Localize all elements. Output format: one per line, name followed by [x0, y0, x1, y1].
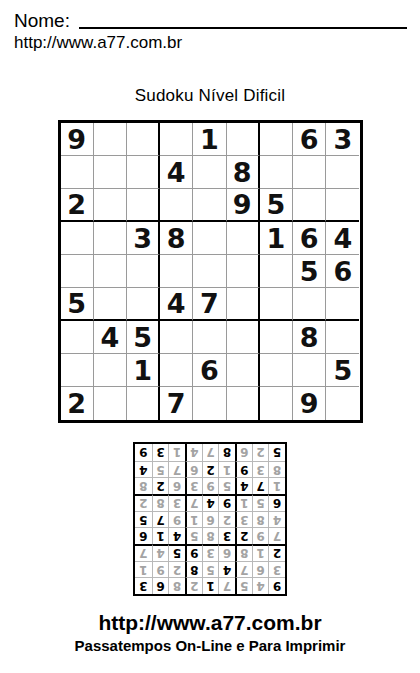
- puzzle-cell-r9c3: [127, 387, 160, 420]
- printable-sudoku-page: Nome: http://www.a77.com.br Sudoku Nível…: [0, 0, 420, 673]
- puzzle-cell-r9c9: [326, 387, 359, 420]
- puzzle-cell-r6c4: 4: [160, 288, 193, 321]
- solution-cell-r7c1: 1: [268, 477, 285, 494]
- puzzle-cell-r5c5: [193, 255, 226, 288]
- puzzle-cell-r7c4: [160, 321, 193, 354]
- puzzle-cell-r4c2: [94, 222, 127, 255]
- puzzle-cell-r5c4: [160, 255, 193, 288]
- puzzle-cell-r9c8: 9: [293, 387, 326, 420]
- puzzle-cell-r3c4: [160, 189, 193, 222]
- solution-cell-r8c9: 4: [135, 461, 152, 478]
- solution-cell-r1c9: 3: [135, 577, 152, 594]
- puzzle-cell-r4c4: 8: [160, 222, 193, 255]
- solution-cell-r3c5: 3: [202, 544, 219, 561]
- puzzle-cell-r2c7: [260, 156, 293, 189]
- puzzle-cell-r3c1: 2: [61, 189, 94, 222]
- solution-cell-r1c1: 9: [268, 577, 285, 594]
- puzzle-cell-r8c7: [260, 354, 293, 387]
- solution-cell-r3c2: 1: [252, 544, 269, 561]
- puzzle-cell-r8c3: 1: [127, 354, 160, 387]
- puzzle-cell-r2c1: [61, 156, 94, 189]
- solution-cell-r3c7: 5: [168, 544, 185, 561]
- puzzle-cell-r4c6: [227, 222, 260, 255]
- puzzle-cell-r1c9: 3: [326, 123, 359, 156]
- name-row: Nome:: [14, 10, 407, 32]
- solution-cell-r5c1: 4: [268, 511, 285, 528]
- solution-cell-r6c1: 6: [268, 494, 285, 511]
- puzzle-cell-r7c6: [227, 321, 260, 354]
- puzzle-cell-r7c8: 8: [293, 321, 326, 354]
- solution-cell-r2c1: 3: [268, 561, 285, 578]
- puzzle-cell-r5c2: [94, 255, 127, 288]
- solution-cell-r9c7: 1: [168, 444, 185, 461]
- puzzle-cell-r5c8: 5: [293, 255, 326, 288]
- solution-cell-r7c6: 3: [185, 477, 202, 494]
- solution-cell-r8c5: 2: [202, 461, 219, 478]
- puzzle-cell-r8c5: 6: [193, 354, 226, 387]
- puzzle-cell-r1c2: [94, 123, 127, 156]
- puzzle-cell-r6c9: [326, 288, 359, 321]
- puzzle-cell-r6c8: [293, 288, 326, 321]
- puzzle-cell-r5c6: [227, 255, 260, 288]
- puzzle-cell-r8c6: [227, 354, 260, 387]
- solution-cell-r9c4: 8: [218, 444, 235, 461]
- solution-cell-r1c5: 1: [202, 577, 219, 594]
- puzzle-cell-r7c3: 5: [127, 321, 160, 354]
- puzzle-cell-r1c6: [227, 123, 260, 156]
- solution-cell-r8c1: 8: [268, 461, 285, 478]
- puzzle-cell-r8c4: [160, 354, 193, 387]
- solution-cell-r6c7: 3: [168, 494, 185, 511]
- puzzle-cell-r9c6: [227, 387, 260, 420]
- puzzle-cell-r5c9: 6: [326, 255, 359, 288]
- solution-cell-r9c2: 2: [252, 444, 269, 461]
- solution-cell-r4c5: 8: [202, 527, 219, 544]
- solution-cell-r1c4: 7: [218, 577, 235, 594]
- solution-cell-r1c3: 5: [235, 577, 252, 594]
- solution-cell-r3c6: 9: [185, 544, 202, 561]
- solution-cell-r7c9: 8: [135, 477, 152, 494]
- solution-cell-r5c7: 9: [168, 511, 185, 528]
- page-title: Sudoku Nível Dificil: [0, 86, 420, 106]
- solution-cell-r1c6: 2: [185, 577, 202, 594]
- solution-cell-r2c2: 6: [252, 561, 269, 578]
- solution-cell-r6c2: 5: [252, 494, 269, 511]
- solution-cell-r2c9: 1: [135, 561, 152, 578]
- solution-cell-r5c2: 8: [252, 511, 269, 528]
- solution-cell-r8c2: 3: [252, 461, 269, 478]
- puzzle-cell-r8c9: 5: [326, 354, 359, 387]
- name-label: Nome:: [14, 10, 70, 32]
- solution-cell-r8c4: 1: [218, 461, 235, 478]
- sudoku-puzzle-grid: 9163482953816456547458165279: [58, 120, 363, 423]
- puzzle-cell-r2c5: [193, 156, 226, 189]
- solution-cell-r7c2: 7: [252, 477, 269, 494]
- solution-cell-r7c4: 5: [218, 477, 235, 494]
- solution-cell-r4c2: 9: [252, 527, 269, 544]
- puzzle-cell-r4c1: [61, 222, 94, 255]
- puzzle-cell-r6c6: [227, 288, 260, 321]
- solution-cell-r3c1: 2: [268, 544, 285, 561]
- sudoku-solution-grid-rotated: 9457128633674582912186395477923854164832…: [133, 442, 287, 596]
- solution-cell-r2c5: 5: [202, 561, 219, 578]
- solution-cell-r4c4: 3: [218, 527, 235, 544]
- puzzle-cell-r1c4: [160, 123, 193, 156]
- solution-cell-r6c3: 1: [235, 494, 252, 511]
- solution-cell-r9c9: 9: [135, 444, 152, 461]
- puzzle-cell-r7c7: [260, 321, 293, 354]
- puzzle-cell-r2c4: 4: [160, 156, 193, 189]
- solution-cell-r9c5: 7: [202, 444, 219, 461]
- solution-cell-r7c5: 9: [202, 477, 219, 494]
- solution-cell-r3c8: 4: [152, 544, 169, 561]
- page-header: Nome: http://www.a77.com.br: [0, 0, 420, 53]
- puzzle-cell-r8c1: [61, 354, 94, 387]
- solution-cell-r1c7: 8: [168, 577, 185, 594]
- solution-grid-wrapper: 9457128633674582912186395477923854164832…: [0, 442, 420, 596]
- solution-cell-r3c9: 7: [135, 544, 152, 561]
- puzzle-cell-r5c3: [127, 255, 160, 288]
- solution-cell-r5c3: 3: [235, 511, 252, 528]
- solution-cell-r9c8: 3: [152, 444, 169, 461]
- solution-cell-r4c1: 7: [268, 527, 285, 544]
- puzzle-cell-r7c1: [61, 321, 94, 354]
- footer-tagline: Passatempos On-Line e Para Imprimir: [0, 636, 420, 655]
- solution-cell-r5c4: 2: [218, 511, 235, 528]
- solution-cell-r9c3: 6: [235, 444, 252, 461]
- solution-cell-r8c6: 6: [185, 461, 202, 478]
- footer-site-url: http://www.a77.com.br: [0, 611, 420, 635]
- solution-cell-r5c9: 5: [135, 511, 152, 528]
- puzzle-cell-r9c4: 7: [160, 387, 193, 420]
- solution-cell-r4c6: 5: [185, 527, 202, 544]
- solution-cell-r8c7: 7: [168, 461, 185, 478]
- solution-cell-r6c5: 4: [202, 494, 219, 511]
- puzzle-cell-r6c5: 7: [193, 288, 226, 321]
- puzzle-cell-r8c2: [94, 354, 127, 387]
- puzzle-cell-r1c7: [260, 123, 293, 156]
- solution-cell-r7c8: 2: [152, 477, 169, 494]
- puzzle-cell-r3c7: 5: [260, 189, 293, 222]
- solution-cell-r3c3: 8: [235, 544, 252, 561]
- solution-cell-r2c7: 2: [168, 561, 185, 578]
- puzzle-cell-r2c6: 8: [227, 156, 260, 189]
- puzzle-cell-r3c2: [94, 189, 127, 222]
- solution-cell-r3c4: 6: [218, 544, 235, 561]
- solution-cell-r4c3: 2: [235, 527, 252, 544]
- puzzle-cell-r3c5: [193, 189, 226, 222]
- puzzle-cell-r5c1: [61, 255, 94, 288]
- puzzle-cell-r7c5: [193, 321, 226, 354]
- puzzle-cell-r1c8: 6: [293, 123, 326, 156]
- solution-cell-r6c8: 8: [152, 494, 169, 511]
- puzzle-cell-r5c7: [260, 255, 293, 288]
- solution-cell-r1c8: 6: [152, 577, 169, 594]
- puzzle-cell-r4c5: [193, 222, 226, 255]
- puzzle-cell-r2c8: [293, 156, 326, 189]
- solution-cell-r8c8: 5: [152, 461, 169, 478]
- puzzle-cell-r4c7: 1: [260, 222, 293, 255]
- puzzle-cell-r4c8: 6: [293, 222, 326, 255]
- solution-cell-r5c6: 1: [185, 511, 202, 528]
- name-blank-line: [79, 27, 407, 29]
- solution-cell-r2c3: 7: [235, 561, 252, 578]
- solution-cell-r6c6: 7: [185, 494, 202, 511]
- puzzle-cell-r1c1: 9: [61, 123, 94, 156]
- header-site-url: http://www.a77.com.br: [14, 33, 407, 53]
- solution-cell-r4c8: 1: [152, 527, 169, 544]
- solution-cell-r2c8: 9: [152, 561, 169, 578]
- puzzle-cell-r1c5: 1: [193, 123, 226, 156]
- solution-cell-r7c7: 6: [168, 477, 185, 494]
- solution-cell-r9c1: 5: [268, 444, 285, 461]
- puzzle-cell-r2c2: [94, 156, 127, 189]
- solution-cell-r4c9: 6: [135, 527, 152, 544]
- puzzle-cell-r9c2: [94, 387, 127, 420]
- solution-cell-r1c2: 4: [252, 577, 269, 594]
- puzzle-cell-r2c9: [326, 156, 359, 189]
- solution-cell-r4c7: 4: [168, 527, 185, 544]
- solution-cell-r6c4: 9: [218, 494, 235, 511]
- solution-cell-r9c6: 4: [185, 444, 202, 461]
- solution-cell-r2c4: 4: [218, 561, 235, 578]
- page-footer: http://www.a77.com.br Passatempos On-Lin…: [0, 611, 420, 655]
- puzzle-cell-r7c9: [326, 321, 359, 354]
- puzzle-cell-r7c2: 4: [94, 321, 127, 354]
- solution-cell-r5c8: 7: [152, 511, 169, 528]
- puzzle-cell-r9c1: 2: [61, 387, 94, 420]
- puzzle-cell-r6c7: [260, 288, 293, 321]
- puzzle-cell-r3c8: [293, 189, 326, 222]
- solution-cell-r5c5: 6: [202, 511, 219, 528]
- puzzle-cell-r3c9: [326, 189, 359, 222]
- puzzle-cell-r4c9: 4: [326, 222, 359, 255]
- puzzle-cell-r3c6: 9: [227, 189, 260, 222]
- puzzle-cell-r6c3: [127, 288, 160, 321]
- puzzle-cell-r9c5: [193, 387, 226, 420]
- puzzle-cell-r4c3: 3: [127, 222, 160, 255]
- puzzle-cell-r1c3: [127, 123, 160, 156]
- puzzle-cell-r6c2: [94, 288, 127, 321]
- puzzle-cell-r9c7: [260, 387, 293, 420]
- puzzle-cell-r3c3: [127, 189, 160, 222]
- solution-cell-r7c3: 4: [235, 477, 252, 494]
- solution-cell-r8c3: 9: [235, 461, 252, 478]
- puzzle-cell-r8c8: [293, 354, 326, 387]
- puzzle-cell-r6c1: 5: [61, 288, 94, 321]
- puzzle-cell-r2c3: [127, 156, 160, 189]
- solution-cell-r6c9: 2: [135, 494, 152, 511]
- solution-cell-r2c6: 8: [185, 561, 202, 578]
